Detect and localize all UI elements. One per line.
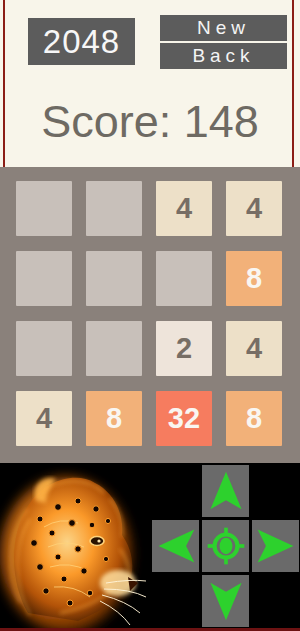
tile-r1c1 <box>16 181 72 236</box>
tile-r4c3: 32 <box>156 391 212 446</box>
direction-pad <box>152 465 299 627</box>
score-display: Score: 148 <box>0 92 300 152</box>
score-value: 148 <box>184 96 259 148</box>
tile-r1c2 <box>86 181 142 236</box>
back-button[interactable]: Back <box>160 43 287 69</box>
app-window: 2048 New Back Score: 148 4 4 8 2 4 4 8 3… <box>0 0 300 631</box>
right-edge-accent <box>292 0 294 167</box>
move-left-button[interactable] <box>152 520 199 572</box>
tile-r3c4: 4 <box>226 321 282 376</box>
tile-r2c2 <box>86 251 142 306</box>
fire-leopard-image <box>0 463 150 628</box>
move-right-button[interactable] <box>252 520 299 572</box>
score-label: Score: <box>41 96 184 148</box>
tile-r4c4: 8 <box>226 391 282 446</box>
tile-r2c3 <box>156 251 212 306</box>
tile-r4c1: 4 <box>16 391 72 446</box>
up-arrow-icon <box>204 467 248 515</box>
tile-r1c4: 4 <box>226 181 282 236</box>
tile-r3c2 <box>86 321 142 376</box>
right-arrow-icon <box>254 522 298 570</box>
move-up-button[interactable] <box>202 465 249 517</box>
tile-r2c1 <box>16 251 72 306</box>
tile-r4c2: 8 <box>86 391 142 446</box>
new-game-button[interactable]: New <box>160 15 287 41</box>
down-arrow-icon <box>204 577 248 625</box>
tile-r1c3: 4 <box>156 181 212 236</box>
left-arrow-icon <box>154 522 198 570</box>
tile-r3c1 <box>16 321 72 376</box>
app-title: 2048 <box>28 18 135 65</box>
game-board[interactable]: 4 4 8 2 4 4 8 32 8 <box>0 167 300 463</box>
center-action-button[interactable] <box>202 520 249 572</box>
tile-r2c4: 8 <box>226 251 282 306</box>
tile-r3c3: 2 <box>156 321 212 376</box>
move-down-button[interactable] <box>202 575 249 627</box>
bottom-panel <box>0 463 300 631</box>
left-edge-accent <box>3 0 5 167</box>
target-icon <box>204 522 248 570</box>
